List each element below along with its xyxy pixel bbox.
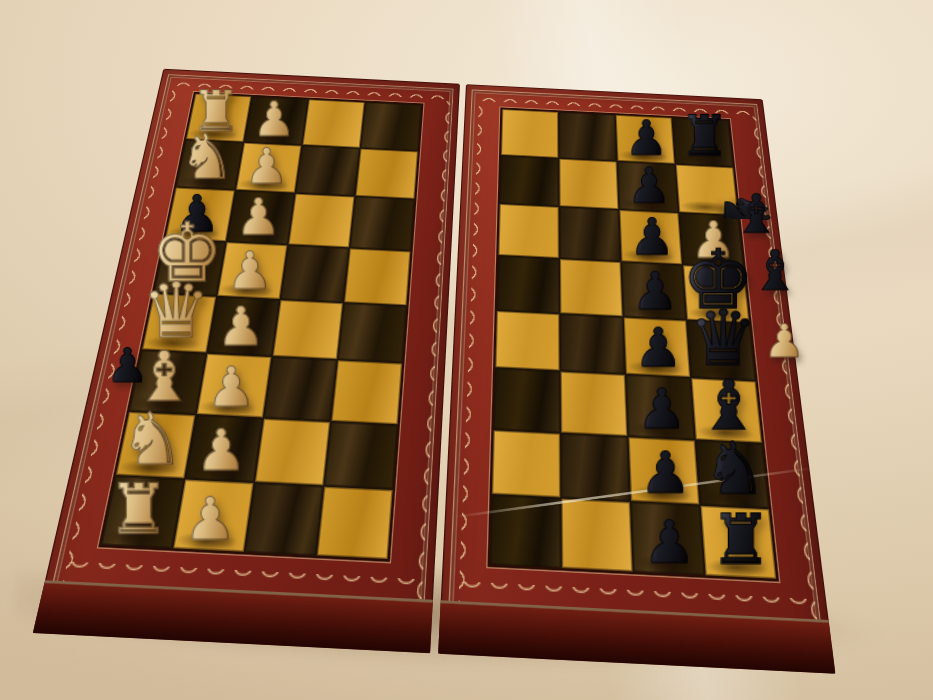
square-a3 <box>245 484 323 556</box>
square-a2: ♟ <box>173 480 253 552</box>
square-b2: ♟ <box>185 415 262 482</box>
square-f5 <box>498 204 558 258</box>
square-b4 <box>324 422 397 489</box>
chess-board: ♜♟♞♟♟♟♚♟♛♟♝♟♞♟♜♟ ♟ ♟♜♟♞♟♟♟♚♟♛♟♝♟♞♟♜ ♝♝♟ <box>34 69 835 671</box>
square-g3 <box>296 145 360 196</box>
square-e2: ♟ <box>217 242 287 298</box>
black-rook: ♜ <box>709 506 771 575</box>
square-b3 <box>255 418 330 485</box>
square-c2: ♟ <box>197 354 272 417</box>
black-pawn: ♟ <box>631 264 678 316</box>
black-pawn: ♟ <box>636 381 686 436</box>
square-g5 <box>500 155 559 206</box>
black-pawn: ♟ <box>634 321 682 375</box>
square-f6 <box>560 207 621 261</box>
square-f2: ♟ <box>227 191 295 244</box>
square-f4 <box>350 197 414 250</box>
square-e6 <box>560 259 623 316</box>
black-knight: ♞ <box>702 433 766 505</box>
square-h6 <box>559 112 616 160</box>
square-b6 <box>561 433 630 501</box>
black-pawn: ♟ <box>639 445 690 502</box>
square-e5 <box>497 256 559 313</box>
square-d5 <box>495 310 559 370</box>
square-e7: ♟ <box>622 262 686 319</box>
left-half-squares: ♜♟♞♟♟♟♚♟♛♟♝♟♞♟♜♟ <box>98 92 423 562</box>
square-c7: ♟ <box>626 375 695 439</box>
white-pawn: ♟ <box>206 359 256 414</box>
white-rook: ♜ <box>107 475 169 544</box>
square-c5 <box>494 368 560 432</box>
photo-frame: ♜♟♞♟♟♟♚♟♛♟♝♟♞♟♜♟ ♟ ♟♜♟♞♟♟♟♚♟♛♟♝♟♞♟♜ ♝♝♟ <box>0 0 933 700</box>
square-d3 <box>273 300 343 360</box>
square-a7: ♟ <box>631 503 704 575</box>
white-pawn: ♟ <box>252 95 295 143</box>
square-b5 <box>492 430 560 498</box>
square-c3 <box>264 357 337 420</box>
square-a4 <box>317 487 393 559</box>
white-pawn: ♟ <box>226 244 273 296</box>
square-h8: ♜ <box>672 118 732 166</box>
square-c6 <box>561 372 628 436</box>
square-h4 <box>361 102 422 150</box>
square-a1: ♜ <box>101 477 184 549</box>
black-bishop-spare: ♝ <box>750 244 799 299</box>
square-f7: ♟ <box>620 210 682 264</box>
square-f3 <box>289 194 355 247</box>
square-g4 <box>356 148 418 199</box>
square-g2: ♟ <box>236 142 302 192</box>
square-a8: ♜ <box>701 506 777 579</box>
rim-carving-left <box>458 102 488 608</box>
square-e3 <box>281 245 349 301</box>
square-e4 <box>344 248 410 304</box>
white-knight: ♞ <box>179 126 234 188</box>
square-b8: ♞ <box>696 440 769 508</box>
square-d4 <box>338 303 406 363</box>
white-knight: ♞ <box>119 404 183 476</box>
white-pawn: ♟ <box>235 191 280 241</box>
square-g1: ♞ <box>176 139 243 189</box>
black-pawn: ♟ <box>629 211 674 261</box>
right-half-squares: ♟♜♟♞♟♟♟♚♟♛♟♝♟♞♟♜ <box>487 107 779 581</box>
square-g6 <box>559 158 618 209</box>
square-c4 <box>331 360 402 423</box>
white-pawn: ♟ <box>195 422 246 479</box>
white-pawn: ♟ <box>244 142 288 191</box>
black-pawn: ♟ <box>627 161 671 210</box>
square-g8: ♞ <box>676 164 738 215</box>
square-a6 <box>562 499 633 571</box>
square-g7: ♟ <box>618 161 679 212</box>
white-pawn-spare: ♟ <box>764 318 805 364</box>
square-d2: ♟ <box>207 296 279 356</box>
black-pawn: ♟ <box>624 114 667 162</box>
square-h3 <box>303 99 365 147</box>
square-d7: ♟ <box>624 317 690 377</box>
white-pawn: ♟ <box>183 489 236 548</box>
white-pawn: ♟ <box>216 300 264 354</box>
black-pawn: ♟ <box>642 513 695 572</box>
square-d6 <box>560 314 624 374</box>
square-h5 <box>501 109 558 157</box>
black-rook: ♜ <box>679 108 729 164</box>
board-scene: ♜♟♞♟♟♟♚♟♛♟♝♟♞♟♜♟ ♟ ♟♜♟♞♟♟♟♚♟♛♟♝♟♞♟♜ ♝♝♟ <box>163 84 763 584</box>
square-b7: ♟ <box>628 437 699 505</box>
